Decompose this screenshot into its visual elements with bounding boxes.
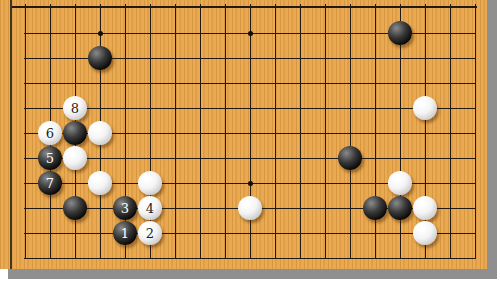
white-stone-move-4: 4 <box>138 196 162 220</box>
grid-column-line <box>250 4 251 259</box>
move-number: 5 <box>46 152 54 165</box>
black-stone <box>388 21 412 45</box>
white-stone-move-2: 2 <box>138 221 162 245</box>
white-stone <box>388 171 412 195</box>
black-stone <box>63 121 87 145</box>
board-drop-shadow-bottom <box>8 269 497 279</box>
move-number: 8 <box>71 102 79 115</box>
grid-column-line <box>25 4 26 259</box>
grid-column-line <box>350 4 351 259</box>
grid-column-line <box>300 4 301 259</box>
star-point <box>98 31 103 36</box>
go-board[interactable]: 86573412 <box>0 0 487 269</box>
grid-column-line <box>200 4 201 259</box>
white-stone <box>88 121 112 145</box>
move-number: 6 <box>46 127 54 140</box>
black-stone <box>63 196 87 220</box>
black-stone-move-7: 7 <box>38 171 62 195</box>
white-stone <box>63 146 87 170</box>
grid-column-line <box>275 4 276 259</box>
diagram-frame: 86573412 <box>0 0 500 285</box>
white-stone <box>413 96 437 120</box>
move-number: 2 <box>146 227 154 240</box>
grid-row-line <box>11 6 477 8</box>
move-number: 4 <box>146 202 154 215</box>
white-stone <box>413 221 437 245</box>
star-point <box>248 31 253 36</box>
grid-column-line <box>475 4 476 259</box>
grid-column-line <box>225 4 226 259</box>
black-stone-move-5: 5 <box>38 146 62 170</box>
white-stone-move-8: 8 <box>63 96 87 120</box>
black-stone <box>388 196 412 220</box>
grid-column-line <box>325 4 326 259</box>
grid-column-line <box>175 4 176 259</box>
black-stone-move-1: 1 <box>113 221 137 245</box>
white-stone <box>238 196 262 220</box>
grid-column-line <box>375 4 376 259</box>
board-frame-left-edge <box>10 0 12 269</box>
black-stone-move-3: 3 <box>113 196 137 220</box>
board-drop-shadow-right <box>487 0 497 279</box>
white-stone <box>413 196 437 220</box>
black-stone <box>363 196 387 220</box>
black-stone <box>338 146 362 170</box>
move-number: 3 <box>121 202 129 215</box>
white-stone <box>138 171 162 195</box>
grid-column-line <box>450 4 451 259</box>
move-number: 1 <box>121 227 129 240</box>
star-point <box>248 181 253 186</box>
black-stone <box>88 46 112 70</box>
white-stone <box>88 171 112 195</box>
move-number: 7 <box>46 177 54 190</box>
white-stone-move-6: 6 <box>38 121 62 145</box>
